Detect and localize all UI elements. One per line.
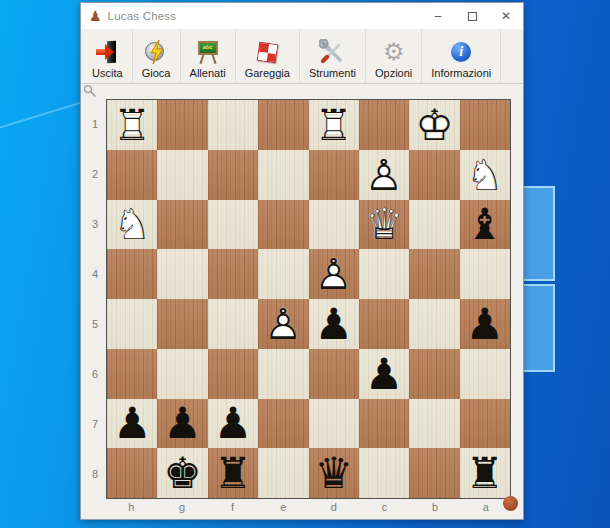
square-f2[interactable] bbox=[208, 150, 258, 200]
lucas-chess-window: ♟ Lucas Chess – ✕ Uscita bbox=[80, 2, 524, 520]
close-button[interactable]: ✕ bbox=[489, 3, 523, 29]
toolbar-button-informazioni[interactable]: i Informazioni bbox=[422, 29, 501, 83]
main-toolbar: Uscita Gioca abc bbox=[81, 29, 523, 84]
square-e1[interactable] bbox=[258, 100, 308, 150]
black-bishop-piece[interactable]: ♝ bbox=[460, 200, 510, 250]
black-pawn-piece[interactable]: ♟ bbox=[208, 399, 258, 449]
maximize-icon bbox=[468, 12, 477, 21]
rank-labels: 1 2 3 4 5 6 7 8 bbox=[87, 99, 103, 499]
toolbar-button-opzioni[interactable]: ⚙ Opzioni bbox=[366, 29, 422, 83]
square-d6[interactable] bbox=[309, 349, 359, 399]
white-king-piece[interactable]: ♚♔ bbox=[409, 100, 459, 150]
lightning-knob-icon bbox=[144, 39, 168, 65]
square-g5[interactable] bbox=[157, 299, 207, 349]
toolbar-button-uscita[interactable]: Uscita bbox=[83, 29, 133, 83]
square-d1[interactable]: ♜♖ bbox=[309, 100, 359, 150]
square-d4[interactable]: ♟♙ bbox=[309, 249, 359, 299]
square-e8[interactable] bbox=[258, 448, 308, 498]
square-g7[interactable]: ♟ bbox=[157, 399, 207, 449]
square-h7[interactable]: ♟ bbox=[107, 399, 157, 449]
square-g6[interactable] bbox=[157, 349, 207, 399]
board-area: 1 2 3 4 5 6 7 8 ♜♖♜♖♚♔♟♙♞♘♞♘♛♕♝♟♙♟♙♟♟♟♟♟… bbox=[106, 99, 511, 499]
square-f8[interactable]: ♜ bbox=[208, 448, 258, 498]
square-d2[interactable] bbox=[309, 150, 359, 200]
square-c8[interactable] bbox=[359, 448, 409, 498]
white-pawn-piece[interactable]: ♟♙ bbox=[359, 150, 409, 200]
toolbar-button-strumenti[interactable]: Strumenti bbox=[300, 29, 366, 83]
square-h8[interactable] bbox=[107, 448, 157, 498]
square-a3[interactable]: ♝ bbox=[460, 200, 510, 250]
chalkboard-abc-icon: abc bbox=[195, 39, 221, 65]
square-d8[interactable]: ♛ bbox=[309, 448, 359, 498]
square-f7[interactable]: ♟ bbox=[208, 399, 258, 449]
black-pawn-piece[interactable]: ♟ bbox=[309, 299, 359, 349]
square-c4[interactable] bbox=[359, 249, 409, 299]
square-h4[interactable] bbox=[107, 249, 157, 299]
black-pawn-piece[interactable]: ♟ bbox=[359, 349, 409, 399]
info-icon: i bbox=[451, 39, 471, 65]
square-c5[interactable] bbox=[359, 299, 409, 349]
square-b6[interactable] bbox=[409, 349, 459, 399]
maximize-button[interactable] bbox=[455, 3, 489, 29]
square-f6[interactable] bbox=[208, 349, 258, 399]
desktop-wallpaper: ♟ Lucas Chess – ✕ Uscita bbox=[0, 0, 610, 528]
square-b3[interactable] bbox=[409, 200, 459, 250]
square-d5[interactable]: ♟ bbox=[309, 299, 359, 349]
white-queen-piece[interactable]: ♛♕ bbox=[359, 200, 409, 250]
turn-indicator-dot bbox=[503, 496, 518, 511]
square-h1[interactable]: ♜♖ bbox=[107, 100, 157, 150]
chess-board: ♜♖♜♖♚♔♟♙♞♘♞♘♛♕♝♟♙♟♙♟♟♟♟♟♟♚♜♛♜ bbox=[106, 99, 511, 499]
black-pawn-piece[interactable]: ♟ bbox=[157, 399, 207, 449]
square-b7[interactable] bbox=[409, 399, 459, 449]
square-f4[interactable] bbox=[208, 249, 258, 299]
exit-door-icon bbox=[95, 39, 119, 65]
checkered-flag-icon bbox=[258, 39, 277, 65]
file-labels: h g f e d c b a bbox=[106, 501, 511, 516]
square-b5[interactable] bbox=[409, 299, 459, 349]
titlebar[interactable]: ♟ Lucas Chess – ✕ bbox=[81, 3, 523, 29]
square-e3[interactable] bbox=[258, 200, 308, 250]
square-a8[interactable]: ♜ bbox=[460, 448, 510, 498]
square-a4[interactable] bbox=[460, 249, 510, 299]
magnifier-icon[interactable] bbox=[83, 84, 96, 97]
white-pawn-piece[interactable]: ♟♙ bbox=[258, 299, 308, 349]
toolbar-button-gioca[interactable]: Gioca bbox=[133, 29, 181, 83]
square-c6[interactable]: ♟ bbox=[359, 349, 409, 399]
square-h3[interactable]: ♞♘ bbox=[107, 200, 157, 250]
square-g2[interactable] bbox=[157, 150, 207, 200]
white-knight-piece[interactable]: ♞♘ bbox=[460, 150, 510, 200]
square-a1[interactable] bbox=[460, 100, 510, 150]
white-knight-piece[interactable]: ♞♘ bbox=[107, 200, 157, 250]
square-h2[interactable] bbox=[107, 150, 157, 200]
square-a2[interactable]: ♞♘ bbox=[460, 150, 510, 200]
black-king-piece[interactable]: ♚ bbox=[157, 448, 207, 498]
square-f5[interactable] bbox=[208, 299, 258, 349]
square-b1[interactable]: ♚♔ bbox=[409, 100, 459, 150]
square-g8[interactable]: ♚ bbox=[157, 448, 207, 498]
black-pawn-piece[interactable]: ♟ bbox=[460, 299, 510, 349]
square-c2[interactable]: ♟♙ bbox=[359, 150, 409, 200]
square-b8[interactable] bbox=[409, 448, 459, 498]
square-c1[interactable] bbox=[359, 100, 409, 150]
square-d7[interactable] bbox=[309, 399, 359, 449]
black-rook-piece[interactable]: ♜ bbox=[460, 448, 510, 498]
square-e7[interactable] bbox=[258, 399, 308, 449]
board-tools-strip bbox=[81, 84, 523, 98]
white-rook-piece[interactable]: ♜♖ bbox=[309, 100, 359, 150]
square-b2[interactable] bbox=[409, 150, 459, 200]
black-pawn-piece[interactable]: ♟ bbox=[107, 399, 157, 449]
wallpaper-window-pane-top bbox=[521, 186, 555, 281]
square-e2[interactable] bbox=[258, 150, 308, 200]
square-g1[interactable] bbox=[157, 100, 207, 150]
square-h5[interactable] bbox=[107, 299, 157, 349]
window-title: Lucas Chess bbox=[108, 10, 177, 22]
toolbar-button-allenati[interactable]: abc Allenati bbox=[181, 29, 236, 83]
square-c3[interactable]: ♛♕ bbox=[359, 200, 409, 250]
square-d3[interactable] bbox=[309, 200, 359, 250]
black-queen-piece[interactable]: ♛ bbox=[309, 448, 359, 498]
square-g3[interactable] bbox=[157, 200, 207, 250]
square-a7[interactable] bbox=[460, 399, 510, 449]
square-a5[interactable]: ♟ bbox=[460, 299, 510, 349]
white-pawn-piece[interactable]: ♟♙ bbox=[309, 249, 359, 299]
gear-icon: ⚙ bbox=[383, 39, 405, 65]
square-f3[interactable] bbox=[208, 200, 258, 250]
square-g4[interactable] bbox=[157, 249, 207, 299]
square-e6[interactable] bbox=[258, 349, 308, 399]
square-b4[interactable] bbox=[409, 249, 459, 299]
minimize-button[interactable]: – bbox=[421, 3, 455, 29]
tools-icon bbox=[319, 39, 345, 65]
square-e5[interactable]: ♟♙ bbox=[258, 299, 308, 349]
app-pawn-icon: ♟ bbox=[89, 9, 102, 23]
square-e4[interactable] bbox=[258, 249, 308, 299]
white-rook-piece[interactable]: ♜♖ bbox=[107, 100, 157, 150]
square-f1[interactable] bbox=[208, 100, 258, 150]
toolbar-button-gareggia[interactable]: Gareggia bbox=[236, 29, 300, 83]
square-c7[interactable] bbox=[359, 399, 409, 449]
square-a6[interactable] bbox=[460, 349, 510, 399]
black-rook-piece[interactable]: ♜ bbox=[208, 448, 258, 498]
wallpaper-window-pane-bottom bbox=[521, 284, 555, 372]
square-h6[interactable] bbox=[107, 349, 157, 399]
